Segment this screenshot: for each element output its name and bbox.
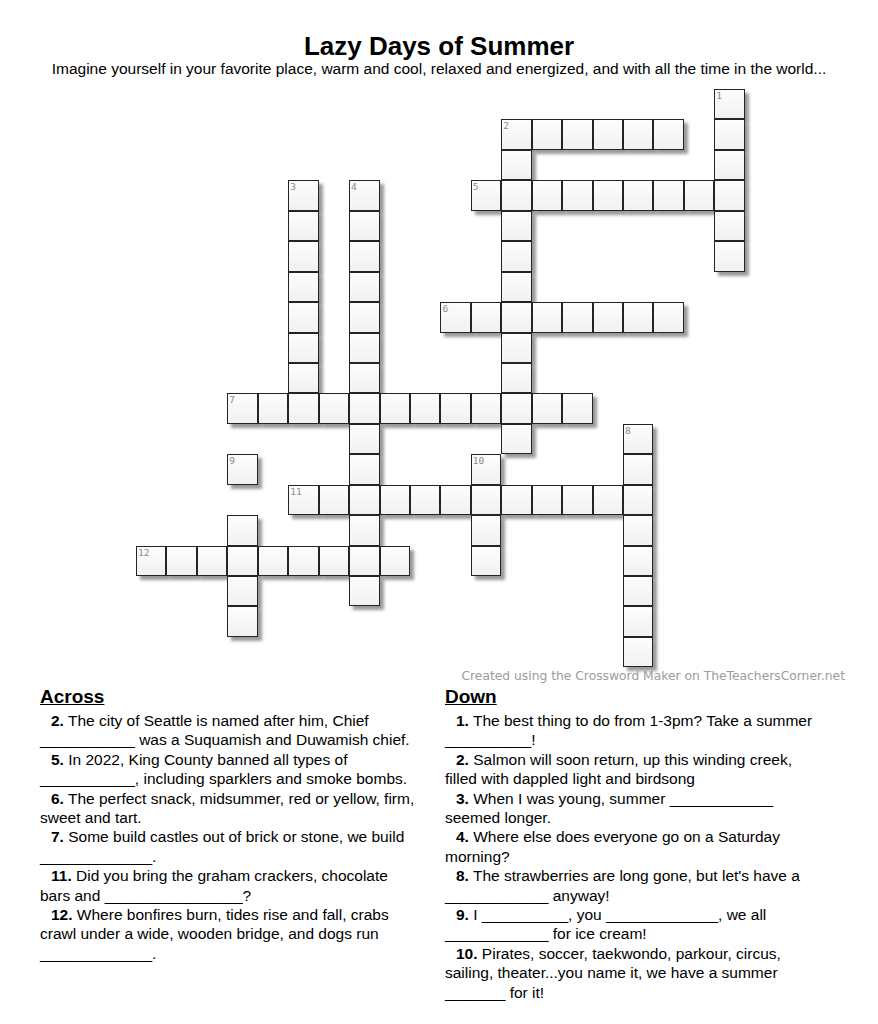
clue-down-4: 4. Where else does everyone go on a Satu… [445,827,855,866]
grid-cell[interactable] [227,546,257,576]
clue-number: 2. [456,751,469,768]
grid-cell[interactable] [471,485,501,515]
clue-across-12: 12. Where bonfires burn, tides rise and … [40,905,442,963]
grid-cell[interactable] [227,576,257,606]
grid-cell[interactable]: 12 [136,546,166,576]
grid-cell[interactable] [623,180,653,210]
clue-across-7: 7. Some build castles out of brick or st… [40,827,442,866]
clue-text: Some build castles out of brick or stone… [40,828,404,864]
grid-cell[interactable] [349,515,379,545]
clue-text: Where bonfires burn, tides rise and fall… [40,906,389,962]
grid-cell[interactable] [501,272,531,302]
cell-number: 1 [716,90,722,101]
clue-across-11: 11. Did you bring the graham crackers, c… [40,866,442,905]
grid-cell[interactable] [410,393,440,423]
grid-cell[interactable] [349,272,379,302]
grid-cell[interactable]: 10 [471,454,501,484]
clue-down-9: 9. I __________, you _____________, we a… [445,905,855,944]
grid-cell[interactable]: 1 [714,89,744,119]
grid-cell[interactable] [349,485,379,515]
grid-cell[interactable]: 8 [623,424,653,454]
grid-cell[interactable] [319,393,349,423]
clue-number: 2. [51,712,64,729]
clue-across-5: 5. In 2022, King County banned all types… [40,750,442,789]
grid-cell[interactable] [623,576,653,606]
clue-number: 5. [51,751,64,768]
grid-cell[interactable] [380,546,410,576]
grid-cell[interactable] [440,485,470,515]
grid-cell[interactable] [532,302,562,332]
cell-number: 4 [351,181,357,192]
clue-text: In 2022, King County banned all types of… [40,751,407,787]
grid-cell[interactable] [471,302,501,332]
clue-down-2: 2. Salmon will soon return, up this wind… [445,750,855,789]
grid-cell[interactable]: 6 [440,302,470,332]
down-clues-section: Down 1. The best thing to do from 1-3pm?… [445,686,855,1002]
grid-cell[interactable] [501,485,531,515]
clue-text: Salmon will soon return, up this winding… [445,751,792,787]
grid-cell[interactable] [562,485,592,515]
credit-line: Created using the Crossword Maker on The… [461,669,845,683]
grid-cell[interactable]: 5 [471,180,501,210]
clue-number: 9. [456,906,469,923]
clue-text: Did you bring the graham crackers, choco… [40,867,388,903]
grid-cell[interactable] [471,393,501,423]
crossword-page: { "game": "crossword", "header": { "titl… [0,0,878,1024]
grid-cell[interactable] [501,424,531,454]
grid-cell[interactable] [562,393,592,423]
grid-cell[interactable] [593,302,623,332]
clue-number: 7. [51,828,64,845]
crossword-grid: 123456789101112 [136,89,745,667]
grid-cell[interactable] [227,606,257,636]
grid-cell[interactable] [319,546,349,576]
clue-across-6: 6. The perfect snack, midsummer, red or … [40,789,442,828]
grid-cell[interactable] [501,393,531,423]
grid-cell[interactable] [349,393,379,423]
clue-number: 10. [456,945,478,962]
grid-cell[interactable] [471,515,501,545]
grid-cell[interactable] [623,302,653,332]
grid-cell[interactable] [349,424,379,454]
grid-cell[interactable] [714,211,744,241]
grid-cell[interactable] [623,546,653,576]
clue-down-1: 1. The best thing to do from 1-3pm? Take… [445,711,855,750]
grid-cell[interactable] [288,546,318,576]
clue-text: The perfect snack, midsummer, red or yel… [40,790,414,826]
grid-cell[interactable] [288,393,318,423]
grid-cell[interactable]: 7 [227,393,257,423]
clue-number: 1. [456,712,469,729]
grid-cell[interactable] [349,302,379,332]
grid-cell[interactable] [653,119,683,149]
grid-cell[interactable] [714,180,744,210]
grid-cell[interactable] [380,393,410,423]
clue-text: I __________, you _____________, we all … [445,906,766,942]
grid-cell[interactable] [593,485,623,515]
puzzle-subtitle: Imagine yourself in your favorite place,… [0,60,878,78]
down-heading: Down [445,686,855,708]
grid-cell[interactable] [471,546,501,576]
cell-number: 3 [290,181,296,192]
grid-cell[interactable] [349,363,379,393]
cell-number: 2 [503,120,509,131]
cell-number: 7 [229,394,235,405]
grid-cell[interactable] [380,485,410,515]
clue-down-3: 3. When I was young, summer ____________… [445,789,855,828]
grid-cell[interactable] [501,150,531,180]
clue-text: The strawberries are long gone, but let'… [445,867,800,903]
grid-cell[interactable] [349,576,379,606]
clue-text: The best thing to do from 1-3pm? Take a … [445,712,812,748]
grid-cell[interactable] [501,302,531,332]
grid-cell[interactable] [593,180,623,210]
grid-cell[interactable] [714,241,744,271]
clue-down-10: 10. Pirates, soccer, taekwondo, parkour,… [445,944,855,1002]
grid-cell[interactable] [562,180,592,210]
clue-number: 6. [51,790,64,807]
across-heading: Across [40,686,442,708]
clue-number: 11. [51,867,72,884]
grid-cell[interactable] [227,515,257,545]
grid-cell[interactable] [410,485,440,515]
grid-cell[interactable] [623,485,653,515]
cell-number: 5 [473,181,479,192]
grid-cell[interactable]: 11 [288,485,318,515]
grid-cell[interactable]: 4 [349,180,379,210]
grid-cell[interactable] [288,302,318,332]
clue-number: 4. [456,828,469,845]
clue-number: 12. [51,906,73,923]
cell-number: 12 [138,547,149,558]
grid-cell[interactable]: 3 [288,180,318,210]
grid-cell[interactable] [349,546,379,576]
grid-cell[interactable] [501,333,531,363]
grid-cell[interactable] [532,393,562,423]
clue-number: 3. [456,790,469,807]
grid-cell[interactable] [562,119,592,149]
clue-number: 8. [456,867,469,884]
cell-number: 11 [290,486,301,497]
cell-number: 6 [442,303,448,314]
clue-text: The city of Seattle is named after him, … [40,712,410,748]
grid-cell[interactable] [258,546,288,576]
clue-across-2: 2. The city of Seattle is named after hi… [40,711,442,750]
grid-cell[interactable] [197,546,227,576]
clue-text: Pirates, soccer, taekwondo, parkour, cir… [445,945,781,1001]
grid-cell[interactable] [623,637,653,667]
grid-cell[interactable] [288,211,318,241]
grid-cell[interactable] [623,606,653,636]
grid-cell[interactable] [532,180,562,210]
grid-cell[interactable] [501,241,531,271]
grid-cell[interactable] [623,515,653,545]
grid-cell[interactable] [532,119,562,149]
grid-cell[interactable] [349,333,379,363]
grid-cell[interactable] [288,333,318,363]
grid-cell[interactable] [623,454,653,484]
across-clues-section: Across 2. The city of Seattle is named a… [40,686,442,963]
grid-cell[interactable] [166,546,196,576]
grid-cell[interactable]: 9 [227,454,257,484]
grid-cell[interactable] [288,363,318,393]
grid-cell[interactable] [532,485,562,515]
clue-text: When I was young, summer ____________ se… [445,790,773,826]
grid-cell[interactable] [653,302,683,332]
grid-cell[interactable] [714,119,744,149]
puzzle-title: Lazy Days of Summer [0,31,878,62]
grid-cell[interactable] [501,211,531,241]
grid-cell[interactable] [349,241,379,271]
clue-text: Where else does everyone go on a Saturda… [445,828,780,864]
grid-cell[interactable] [319,485,349,515]
grid-cell[interactable] [623,119,653,149]
cell-number: 8 [625,425,631,436]
grid-cell[interactable] [501,363,531,393]
cell-number: 10 [473,455,484,466]
grid-cell[interactable] [288,241,318,271]
grid-cell[interactable] [593,119,623,149]
grid-cell[interactable]: 2 [501,119,531,149]
cell-number: 9 [229,455,235,466]
grid-cell[interactable] [653,180,683,210]
grid-cell[interactable] [562,302,592,332]
clue-down-8: 8. The strawberries are long gone, but l… [445,866,855,905]
grid-cell[interactable] [684,180,714,210]
grid-cell[interactable] [501,180,531,210]
grid-cell[interactable] [349,211,379,241]
grid-cell[interactable] [258,393,288,423]
grid-cell[interactable] [440,393,470,423]
grid-cell[interactable] [288,272,318,302]
grid-cell[interactable] [349,454,379,484]
grid-cell[interactable] [714,150,744,180]
